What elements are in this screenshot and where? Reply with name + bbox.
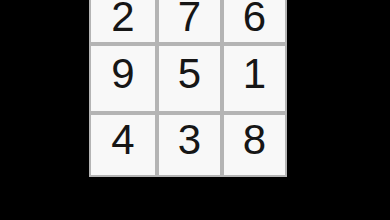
cell-r2c0: 4 [91,115,155,175]
cell-r2c2: 8 [224,115,285,175]
cell-r0c0: 2 [91,0,155,42]
screenshot-background: 2 7 6 9 5 1 4 3 8 [0,0,390,220]
magic-square-board: 2 7 6 9 5 1 4 3 8 [89,0,287,177]
cell-r1c0: 9 [91,46,155,111]
cell-r1c1: 5 [159,46,220,111]
cell-r2c1: 3 [159,115,220,175]
cell-r0c2: 6 [224,0,285,42]
cell-r0c1: 7 [159,0,220,42]
cell-r1c2: 1 [224,46,285,111]
